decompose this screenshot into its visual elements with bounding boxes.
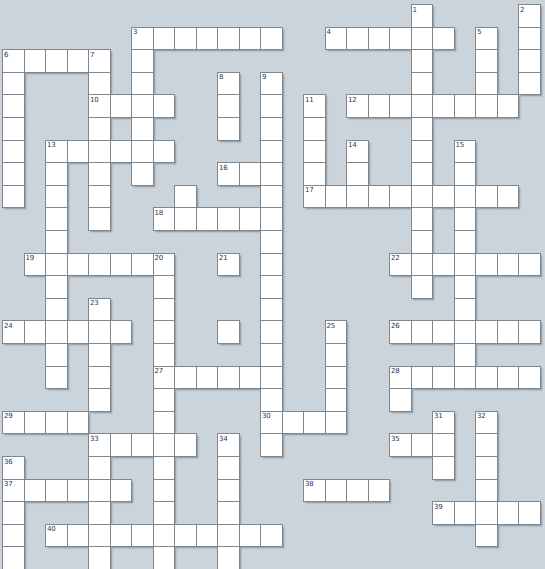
crossword-cell[interactable] bbox=[432, 27, 455, 51]
clue-number: 7 bbox=[90, 51, 110, 59]
crossword-cell[interactable] bbox=[260, 207, 283, 231]
crossword-cell[interactable] bbox=[518, 72, 541, 96]
crossword-cell[interactable] bbox=[454, 275, 477, 299]
crossword-cell[interactable] bbox=[153, 320, 176, 344]
crossword-cell[interactable] bbox=[260, 140, 283, 164]
crossword-cell[interactable] bbox=[131, 72, 154, 96]
crossword-cell[interactable] bbox=[45, 253, 68, 277]
clue-number: 13 bbox=[47, 141, 67, 149]
crossword-cell[interactable] bbox=[88, 343, 111, 367]
crossword-cell[interactable] bbox=[475, 501, 498, 525]
crossword-cell[interactable] bbox=[518, 27, 541, 51]
crossword-cell[interactable] bbox=[239, 27, 262, 51]
crossword-cell[interactable] bbox=[217, 479, 240, 503]
crossword-cell[interactable] bbox=[217, 117, 240, 141]
crossword-cell[interactable] bbox=[45, 49, 68, 73]
crossword-cell[interactable]: 23 bbox=[88, 298, 111, 322]
crossword-cell[interactable] bbox=[131, 253, 154, 277]
crossword-cell[interactable] bbox=[411, 72, 434, 96]
crossword-cell[interactable] bbox=[67, 320, 90, 344]
crossword-cell[interactable] bbox=[67, 411, 90, 435]
crossword-cell[interactable] bbox=[475, 479, 498, 503]
crossword-cell[interactable] bbox=[454, 230, 477, 254]
crossword-cell[interactable] bbox=[2, 72, 25, 96]
crossword-cell[interactable] bbox=[88, 388, 111, 412]
crossword-cell[interactable] bbox=[67, 253, 90, 277]
crossword-cell[interactable] bbox=[2, 162, 25, 186]
crossword-cell[interactable] bbox=[411, 117, 434, 141]
clue-number: 8 bbox=[219, 73, 239, 81]
crossword-cell[interactable] bbox=[475, 94, 498, 118]
crossword-cell[interactable] bbox=[88, 253, 111, 277]
crossword-cell[interactable]: 8 bbox=[217, 72, 240, 96]
crossword-cell[interactable] bbox=[196, 366, 219, 390]
crossword-cell[interactable] bbox=[389, 94, 412, 118]
crossword-cell[interactable]: 30 bbox=[260, 411, 283, 435]
crossword-cell[interactable]: 15 bbox=[454, 140, 477, 164]
crossword-cell[interactable] bbox=[411, 207, 434, 231]
crossword-cell[interactable]: 27 bbox=[153, 366, 176, 390]
crossword-cell[interactable] bbox=[432, 366, 455, 390]
clue-number: 15 bbox=[456, 141, 476, 149]
crossword-cell[interactable] bbox=[260, 320, 283, 344]
crossword-cell[interactable] bbox=[411, 253, 434, 277]
crossword-cell[interactable] bbox=[368, 479, 391, 503]
crossword-cell[interactable] bbox=[411, 433, 434, 457]
crossword-cell[interactable] bbox=[217, 501, 240, 525]
crossword-cell[interactable] bbox=[88, 140, 111, 164]
clue-number: 5 bbox=[477, 28, 497, 36]
crossword-cell[interactable] bbox=[260, 27, 283, 51]
crossword-cell[interactable]: 13 bbox=[45, 140, 68, 164]
crossword-cell[interactable] bbox=[153, 501, 176, 525]
crossword-cell[interactable] bbox=[411, 320, 434, 344]
crossword-cell[interactable] bbox=[2, 524, 25, 548]
crossword-cell[interactable]: 32 bbox=[475, 411, 498, 435]
crossword-cell[interactable] bbox=[497, 94, 520, 118]
clue-number: 22 bbox=[391, 254, 411, 262]
crossword-cell[interactable] bbox=[67, 479, 90, 503]
crossword-cell[interactable] bbox=[174, 524, 197, 548]
crossword-cell[interactable] bbox=[174, 433, 197, 457]
crossword-cell[interactable] bbox=[131, 49, 154, 73]
crossword-cell[interactable] bbox=[497, 253, 520, 277]
clue-number: 38 bbox=[305, 480, 325, 488]
crossword-cell[interactable] bbox=[389, 27, 412, 51]
crossword-cell[interactable] bbox=[153, 433, 176, 457]
clue-number: 17 bbox=[305, 186, 325, 194]
crossword-cell[interactable] bbox=[454, 253, 477, 277]
crossword-cell[interactable]: 7 bbox=[88, 49, 111, 73]
crossword-cell[interactable]: 3 bbox=[131, 27, 154, 51]
crossword-cell[interactable] bbox=[239, 207, 262, 231]
crossword-cell[interactable] bbox=[153, 343, 176, 367]
crossword-cell[interactable] bbox=[303, 411, 326, 435]
crossword-cell[interactable] bbox=[45, 185, 68, 209]
crossword-cell[interactable] bbox=[282, 411, 305, 435]
crossword-cell[interactable] bbox=[260, 524, 283, 548]
crossword-cell[interactable] bbox=[260, 366, 283, 390]
crossword-cell[interactable] bbox=[475, 456, 498, 480]
crossword-cell[interactable]: 25 bbox=[325, 320, 348, 344]
crossword-cell[interactable] bbox=[131, 433, 154, 457]
crossword-cell[interactable] bbox=[196, 524, 219, 548]
crossword-cell[interactable]: 10 bbox=[88, 94, 111, 118]
crossword-cell[interactable] bbox=[110, 94, 133, 118]
crossword-cell[interactable] bbox=[325, 343, 348, 367]
crossword-cell[interactable]: 40 bbox=[45, 524, 68, 548]
crossword-cell[interactable] bbox=[454, 343, 477, 367]
crossword-cell[interactable] bbox=[497, 501, 520, 525]
crossword-cell[interactable] bbox=[260, 253, 283, 277]
crossword-cell[interactable] bbox=[88, 479, 111, 503]
clue-number: 28 bbox=[391, 367, 411, 375]
crossword-cell[interactable]: 28 bbox=[389, 366, 412, 390]
crossword-cell[interactable] bbox=[260, 117, 283, 141]
crossword-cell[interactable] bbox=[153, 411, 176, 435]
crossword-cell[interactable] bbox=[389, 185, 412, 209]
crossword-cell[interactable]: 19 bbox=[24, 253, 47, 277]
crossword-cell[interactable] bbox=[110, 320, 133, 344]
crossword-board: 1234567891011121314151617181920212223242… bbox=[0, 0, 545, 569]
crossword-cell[interactable] bbox=[2, 94, 25, 118]
crossword-cell[interactable] bbox=[260, 162, 283, 186]
crossword-cell[interactable]: 14 bbox=[346, 140, 369, 164]
clue-number: 30 bbox=[262, 412, 282, 420]
crossword-cell[interactable] bbox=[303, 117, 326, 141]
crossword-cell[interactable] bbox=[153, 546, 176, 569]
crossword-cell[interactable] bbox=[239, 366, 262, 390]
crossword-cell[interactable] bbox=[88, 72, 111, 96]
clue-number: 19 bbox=[26, 254, 46, 262]
crossword-cell[interactable] bbox=[217, 524, 240, 548]
clue-number: 3 bbox=[133, 28, 153, 36]
crossword-cell[interactable] bbox=[411, 162, 434, 186]
clue-number: 34 bbox=[219, 435, 239, 443]
crossword-cell[interactable] bbox=[45, 162, 68, 186]
crossword-cell[interactable] bbox=[174, 207, 197, 231]
crossword-cell[interactable]: 12 bbox=[346, 94, 369, 118]
crossword-cell[interactable] bbox=[131, 524, 154, 548]
clue-number: 9 bbox=[262, 73, 282, 81]
crossword-cell[interactable] bbox=[174, 366, 197, 390]
crossword-cell[interactable] bbox=[88, 162, 111, 186]
crossword-cell[interactable] bbox=[24, 320, 47, 344]
crossword-cell[interactable] bbox=[88, 456, 111, 480]
crossword-cell[interactable] bbox=[432, 456, 455, 480]
crossword-cell[interactable] bbox=[411, 140, 434, 164]
crossword-cell[interactable] bbox=[239, 524, 262, 548]
crossword-cell[interactable] bbox=[45, 343, 68, 367]
crossword-cell[interactable]: 26 bbox=[389, 320, 412, 344]
crossword-cell[interactable] bbox=[346, 479, 369, 503]
crossword-cell[interactable] bbox=[454, 320, 477, 344]
clue-number: 36 bbox=[4, 458, 24, 466]
crossword-page: 1234567891011121314151617181920212223242… bbox=[0, 0, 545, 569]
crossword-cell[interactable] bbox=[346, 185, 369, 209]
crossword-cell[interactable] bbox=[518, 320, 541, 344]
crossword-cell[interactable] bbox=[303, 140, 326, 164]
clue-number: 40 bbox=[47, 525, 67, 533]
clue-number: 10 bbox=[90, 96, 110, 104]
clue-number: 1 bbox=[413, 6, 433, 14]
crossword-cell[interactable] bbox=[432, 185, 455, 209]
crossword-cell[interactable]: 17 bbox=[303, 185, 326, 209]
crossword-cell[interactable]: 4 bbox=[325, 27, 348, 51]
crossword-cell[interactable] bbox=[67, 140, 90, 164]
crossword-cell[interactable] bbox=[131, 162, 154, 186]
crossword-cell[interactable] bbox=[411, 366, 434, 390]
crossword-cell[interactable] bbox=[174, 27, 197, 51]
crossword-cell[interactable] bbox=[475, 72, 498, 96]
crossword-cell[interactable] bbox=[346, 162, 369, 186]
crossword-cell[interactable] bbox=[45, 479, 68, 503]
crossword-cell[interactable] bbox=[88, 546, 111, 569]
crossword-cell[interactable] bbox=[454, 162, 477, 186]
crossword-cell[interactable] bbox=[88, 524, 111, 548]
crossword-cell[interactable] bbox=[454, 207, 477, 231]
crossword-cell[interactable] bbox=[346, 27, 369, 51]
crossword-cell[interactable] bbox=[260, 275, 283, 299]
crossword-cell[interactable]: 39 bbox=[432, 501, 455, 525]
crossword-cell[interactable]: 9 bbox=[260, 72, 283, 96]
crossword-cell[interactable] bbox=[2, 546, 25, 569]
crossword-cell[interactable] bbox=[432, 320, 455, 344]
crossword-cell[interactable] bbox=[174, 185, 197, 209]
crossword-cell[interactable] bbox=[239, 162, 262, 186]
clue-number: 20 bbox=[155, 254, 175, 262]
crossword-cell[interactable]: 33 bbox=[88, 433, 111, 457]
crossword-cell[interactable] bbox=[88, 501, 111, 525]
clue-number: 25 bbox=[327, 322, 347, 330]
crossword-cell[interactable]: 34 bbox=[217, 433, 240, 457]
crossword-cell[interactable] bbox=[45, 275, 68, 299]
crossword-cell[interactable] bbox=[368, 94, 391, 118]
crossword-cell[interactable] bbox=[217, 546, 240, 569]
crossword-cell[interactable] bbox=[153, 94, 176, 118]
crossword-cell[interactable] bbox=[368, 27, 391, 51]
crossword-cell[interactable] bbox=[131, 94, 154, 118]
crossword-cell[interactable]: 1 bbox=[411, 4, 434, 28]
crossword-cell[interactable]: 35 bbox=[389, 433, 412, 457]
clue-number: 35 bbox=[391, 435, 411, 443]
crossword-cell[interactable]: 11 bbox=[303, 94, 326, 118]
crossword-cell[interactable] bbox=[454, 298, 477, 322]
crossword-cell[interactable] bbox=[153, 275, 176, 299]
crossword-cell[interactable] bbox=[217, 320, 240, 344]
crossword-cell[interactable]: 18 bbox=[153, 207, 176, 231]
crossword-cell[interactable] bbox=[411, 27, 434, 51]
crossword-cell[interactable] bbox=[411, 49, 434, 73]
clue-number: 31 bbox=[434, 412, 454, 420]
crossword-cell[interactable] bbox=[454, 94, 477, 118]
crossword-cell[interactable] bbox=[518, 253, 541, 277]
crossword-cell[interactable]: 37 bbox=[2, 479, 25, 503]
crossword-cell[interactable] bbox=[475, 366, 498, 390]
crossword-cell[interactable] bbox=[411, 275, 434, 299]
crossword-cell[interactable] bbox=[432, 433, 455, 457]
clue-number: 32 bbox=[477, 412, 497, 420]
crossword-cell[interactable] bbox=[196, 27, 219, 51]
crossword-cell[interactable] bbox=[217, 207, 240, 231]
clue-number: 4 bbox=[327, 28, 347, 36]
crossword-cell[interactable] bbox=[217, 27, 240, 51]
crossword-cell[interactable] bbox=[88, 117, 111, 141]
clue-number: 27 bbox=[155, 367, 175, 375]
crossword-cell[interactable] bbox=[88, 320, 111, 344]
crossword-cell[interactable]: 36 bbox=[2, 456, 25, 480]
crossword-cell[interactable] bbox=[260, 94, 283, 118]
crossword-cell[interactable] bbox=[88, 207, 111, 231]
clue-number: 18 bbox=[155, 209, 175, 217]
crossword-cell[interactable] bbox=[110, 140, 133, 164]
crossword-cell[interactable] bbox=[454, 501, 477, 525]
crossword-cell[interactable] bbox=[88, 366, 111, 390]
clue-number: 39 bbox=[434, 503, 454, 511]
crossword-cell[interactable]: 5 bbox=[475, 27, 498, 51]
crossword-cell[interactable]: 22 bbox=[389, 253, 412, 277]
crossword-cell[interactable] bbox=[67, 524, 90, 548]
crossword-cell[interactable] bbox=[497, 185, 520, 209]
clue-number: 2 bbox=[520, 6, 540, 14]
crossword-cell[interactable] bbox=[153, 140, 176, 164]
crossword-cell[interactable] bbox=[45, 230, 68, 254]
crossword-cell[interactable] bbox=[45, 298, 68, 322]
crossword-cell[interactable]: 20 bbox=[153, 253, 176, 277]
clue-number: 16 bbox=[219, 164, 239, 172]
crossword-cell[interactable] bbox=[454, 185, 477, 209]
crossword-cell[interactable] bbox=[153, 27, 176, 51]
crossword-cell[interactable] bbox=[196, 207, 219, 231]
crossword-cell[interactable] bbox=[260, 298, 283, 322]
crossword-cell[interactable] bbox=[325, 185, 348, 209]
crossword-cell[interactable] bbox=[389, 388, 412, 412]
crossword-cell[interactable] bbox=[153, 524, 176, 548]
crossword-cell[interactable] bbox=[110, 524, 133, 548]
crossword-cell[interactable] bbox=[45, 366, 68, 390]
crossword-cell[interactable] bbox=[88, 185, 111, 209]
crossword-cell[interactable] bbox=[475, 320, 498, 344]
clue-number: 37 bbox=[4, 480, 24, 488]
crossword-cell[interactable]: 24 bbox=[2, 320, 25, 344]
crossword-cell[interactable] bbox=[24, 479, 47, 503]
crossword-cell[interactable] bbox=[325, 479, 348, 503]
crossword-cell[interactable] bbox=[411, 94, 434, 118]
crossword-cell[interactable] bbox=[475, 185, 498, 209]
clue-number: 12 bbox=[348, 96, 368, 104]
crossword-cell[interactable] bbox=[497, 366, 520, 390]
crossword-cell[interactable] bbox=[131, 140, 154, 164]
crossword-cell[interactable]: 29 bbox=[2, 411, 25, 435]
crossword-cell[interactable] bbox=[454, 366, 477, 390]
crossword-cell[interactable] bbox=[518, 501, 541, 525]
crossword-cell[interactable] bbox=[110, 253, 133, 277]
crossword-cell[interactable] bbox=[153, 298, 176, 322]
crossword-cell[interactable] bbox=[518, 49, 541, 73]
crossword-cell[interactable] bbox=[24, 49, 47, 73]
crossword-cell[interactable] bbox=[45, 207, 68, 231]
clue-number: 24 bbox=[4, 322, 24, 330]
clue-number: 21 bbox=[219, 254, 239, 262]
crossword-cell[interactable] bbox=[217, 94, 240, 118]
crossword-cell[interactable] bbox=[153, 388, 176, 412]
crossword-cell[interactable] bbox=[260, 343, 283, 367]
crossword-cell[interactable] bbox=[260, 185, 283, 209]
crossword-cell[interactable] bbox=[411, 185, 434, 209]
crossword-cell[interactable]: 16 bbox=[217, 162, 240, 186]
crossword-cell[interactable]: 6 bbox=[2, 49, 25, 73]
clue-number: 6 bbox=[4, 51, 24, 59]
clue-number: 23 bbox=[90, 299, 110, 307]
crossword-cell[interactable] bbox=[153, 456, 176, 480]
crossword-cell[interactable] bbox=[475, 433, 498, 457]
crossword-cell[interactable] bbox=[411, 230, 434, 254]
crossword-cell[interactable] bbox=[475, 49, 498, 73]
crossword-cell[interactable] bbox=[45, 320, 68, 344]
crossword-cell[interactable] bbox=[432, 94, 455, 118]
crossword-cell[interactable]: 38 bbox=[303, 479, 326, 503]
crossword-cell[interactable] bbox=[325, 411, 348, 435]
crossword-cell[interactable] bbox=[2, 140, 25, 164]
crossword-cell[interactable] bbox=[368, 185, 391, 209]
crossword-cell[interactable] bbox=[110, 479, 133, 503]
crossword-cell[interactable] bbox=[131, 117, 154, 141]
crossword-cell[interactable] bbox=[518, 366, 541, 390]
crossword-cell[interactable] bbox=[260, 388, 283, 412]
crossword-cell[interactable] bbox=[325, 366, 348, 390]
crossword-cell[interactable] bbox=[260, 433, 283, 457]
crossword-cell[interactable] bbox=[303, 162, 326, 186]
clue-number: 11 bbox=[305, 96, 325, 104]
clue-number: 33 bbox=[90, 435, 110, 443]
crossword-cell[interactable] bbox=[432, 253, 455, 277]
crossword-cell[interactable] bbox=[2, 117, 25, 141]
crossword-cell[interactable] bbox=[67, 49, 90, 73]
crossword-cell[interactable] bbox=[475, 253, 498, 277]
crossword-cell[interactable] bbox=[217, 366, 240, 390]
crossword-cell[interactable] bbox=[260, 230, 283, 254]
crossword-cell[interactable] bbox=[153, 479, 176, 503]
crossword-cell[interactable] bbox=[24, 411, 47, 435]
crossword-cell[interactable] bbox=[2, 501, 25, 525]
crossword-cell[interactable] bbox=[497, 320, 520, 344]
clue-number: 29 bbox=[4, 412, 24, 420]
crossword-cell[interactable]: 21 bbox=[217, 253, 240, 277]
crossword-cell[interactable] bbox=[2, 185, 25, 209]
crossword-cell[interactable] bbox=[110, 433, 133, 457]
crossword-cell[interactable] bbox=[475, 524, 498, 548]
crossword-cell[interactable] bbox=[45, 411, 68, 435]
crossword-cell[interactable] bbox=[325, 388, 348, 412]
clue-number: 14 bbox=[348, 141, 368, 149]
crossword-cell[interactable]: 31 bbox=[432, 411, 455, 435]
clue-number: 26 bbox=[391, 322, 411, 330]
crossword-cell[interactable]: 2 bbox=[518, 4, 541, 28]
crossword-cell[interactable] bbox=[217, 456, 240, 480]
